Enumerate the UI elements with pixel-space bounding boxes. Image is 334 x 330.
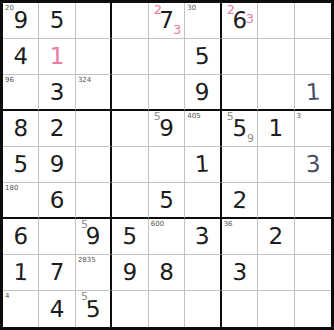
pen-digit: 2 <box>258 219 293 254</box>
cell-r4c7[interactable]: 559 <box>222 111 258 147</box>
cage-clue: 96 <box>5 76 14 84</box>
pen-digit: 3 <box>294 146 332 183</box>
cell-r4c2[interactable]: 2 <box>39 111 75 147</box>
sudoku-board: 2095723306234159633249182954055591359131… <box>0 0 334 330</box>
cell-r7c8[interactable]: 2 <box>258 219 294 255</box>
cell-r8c9[interactable] <box>295 255 331 291</box>
cell-r6c2[interactable]: 6 <box>39 183 75 219</box>
cell-r8c6[interactable] <box>185 255 221 291</box>
cell-r7c5[interactable]: 600 <box>149 219 185 255</box>
cell-r6c5[interactable]: 5 <box>149 183 185 219</box>
cell-r9c5[interactable] <box>149 291 185 327</box>
cell-r1c5[interactable]: 723 <box>149 3 185 39</box>
pen-digit: 1 <box>2 254 39 290</box>
cell-r9c3[interactable]: 55 <box>76 291 112 327</box>
cell-r5c9[interactable]: 3 <box>295 147 331 183</box>
pen-digit: 3 <box>221 254 258 290</box>
cell-r1c6[interactable]: 30 <box>185 3 221 39</box>
cell-r1c1[interactable]: 209 <box>3 3 39 39</box>
pen-digit: 5 <box>112 218 149 254</box>
cell-r8c2[interactable]: 7 <box>39 255 75 291</box>
cell-r5c2[interactable]: 9 <box>39 147 75 183</box>
pencil-mark: 9 <box>247 133 254 144</box>
cage-clue: 180 <box>5 184 18 192</box>
cage-clue: 36 <box>224 220 233 228</box>
cell-r9c8[interactable] <box>258 291 294 327</box>
cell-r3c4[interactable] <box>112 75 148 111</box>
pen-digit: 2 <box>221 182 258 217</box>
pencil-mark: 5 <box>81 219 88 230</box>
cell-r4c8[interactable]: 1 <box>258 111 294 147</box>
cell-r8c4[interactable]: 9 <box>112 255 148 291</box>
cell-r3c2[interactable]: 3 <box>39 75 75 111</box>
cell-r5c4[interactable] <box>112 147 148 183</box>
cell-r3c1[interactable]: 96 <box>3 75 39 111</box>
cell-r4c4[interactable] <box>112 111 148 147</box>
cell-r2c1[interactable]: 4 <box>3 39 39 75</box>
cell-r6c6[interactable] <box>185 183 221 219</box>
cell-r3c5[interactable] <box>149 75 185 111</box>
cage-clue: 3 <box>297 112 301 120</box>
cell-r7c3[interactable]: 95 <box>76 219 112 255</box>
cell-r1c2[interactable]: 5 <box>39 3 75 39</box>
cell-r9c2[interactable]: 4 <box>39 291 75 327</box>
pencil-mark: 5 <box>154 111 161 122</box>
pen-digit: 8 <box>2 110 39 146</box>
cell-r6c8[interactable] <box>258 183 294 219</box>
cage-clue: 405 <box>187 112 200 120</box>
cell-r8c7[interactable]: 3 <box>222 255 258 291</box>
cell-r9c4[interactable] <box>112 291 148 327</box>
cell-r7c1[interactable]: 6 <box>3 219 39 255</box>
cell-r1c3[interactable] <box>76 3 112 39</box>
cell-r2c3[interactable] <box>76 39 112 75</box>
cell-r1c9[interactable] <box>295 3 331 39</box>
cell-r5c6[interactable]: 1 <box>185 147 221 183</box>
cell-r2c9[interactable] <box>295 39 331 75</box>
cell-r1c7[interactable]: 623 <box>222 3 258 39</box>
pen-digit: 9 <box>2 2 39 38</box>
cell-r6c3[interactable] <box>76 183 112 219</box>
cell-r8c8[interactable] <box>258 255 294 291</box>
cage-clue: 324 <box>78 76 91 84</box>
cell-r4c1[interactable]: 8 <box>3 111 39 147</box>
cell-r5c3[interactable] <box>76 147 112 183</box>
pencil-mark: 2 <box>227 3 235 16</box>
cell-r3c8[interactable] <box>258 75 294 111</box>
pen-digit: 5 <box>2 146 39 182</box>
cell-r3c3[interactable]: 324 <box>76 75 112 111</box>
cell-r9c6[interactable] <box>185 291 221 327</box>
cage-clue: 30 <box>187 4 196 12</box>
cell-r7c6[interactable]: 3 <box>185 219 221 255</box>
cell-r5c1[interactable]: 5 <box>3 147 39 183</box>
cell-r9c9[interactable] <box>295 291 331 327</box>
cell-r2c8[interactable] <box>258 39 294 75</box>
cell-r3c9[interactable]: 1 <box>295 75 331 111</box>
cell-r6c9[interactable] <box>295 183 331 219</box>
cage-clue: 2835 <box>78 256 96 264</box>
pen-digit: 1 <box>258 111 293 146</box>
cell-r6c4[interactable] <box>112 183 148 219</box>
cell-r6c1[interactable]: 180 <box>3 183 39 219</box>
cell-r4c9[interactable]: 3 <box>295 111 331 147</box>
pencil-mark: 2 <box>154 3 162 16</box>
pencil-mark: 5 <box>81 291 88 302</box>
cell-r1c8[interactable] <box>258 3 294 39</box>
cell-r3c6[interactable]: 9 <box>185 75 221 111</box>
pen-digit: 1 <box>184 146 220 183</box>
pen-digit: 3 <box>39 75 74 109</box>
cell-r2c2[interactable]: 1 <box>39 39 75 75</box>
pencil-mark: 3 <box>246 12 254 25</box>
cell-r5c7[interactable] <box>222 147 258 183</box>
pen-digit: 1 <box>294 74 332 110</box>
pen-digit: 1 <box>39 39 74 74</box>
cell-r2c4[interactable] <box>112 39 148 75</box>
pen-digit: 7 <box>39 255 74 290</box>
pen-digit: 9 <box>112 254 149 290</box>
cell-r2c7[interactable] <box>222 39 258 75</box>
pen-digit: 6 <box>2 218 39 254</box>
cell-r2c6[interactable]: 5 <box>185 39 221 75</box>
pen-digit: 9 <box>39 147 74 182</box>
cell-r4c5[interactable]: 95 <box>149 111 185 147</box>
cell-r7c4[interactable]: 5 <box>112 219 148 255</box>
pen-digit: 3 <box>184 218 220 255</box>
cage-clue: 600 <box>151 220 164 228</box>
cell-r4c3[interactable] <box>76 111 112 147</box>
cell-r7c7[interactable]: 36 <box>222 219 258 255</box>
pen-digit: 2 <box>39 111 74 146</box>
pencil-mark: 5 <box>227 111 234 122</box>
cell-r8c3[interactable]: 2835 <box>76 255 112 291</box>
pen-digit: 4 <box>2 38 39 74</box>
cell-r6c7[interactable]: 2 <box>222 183 258 219</box>
cage-clue: 4 <box>5 292 9 300</box>
pen-digit: 9 <box>184 74 220 110</box>
pen-digit: 5 <box>184 38 220 75</box>
pen-digit: 4 <box>39 291 74 327</box>
cell-r9c7[interactable] <box>222 291 258 327</box>
cell-r7c2[interactable] <box>39 219 75 255</box>
cell-r3c7[interactable] <box>222 75 258 111</box>
pen-digit: 6 <box>39 183 74 217</box>
cell-r9c1[interactable]: 4 <box>3 291 39 327</box>
cell-r4c6[interactable]: 405 <box>185 111 221 147</box>
cell-r8c5[interactable]: 8 <box>149 255 185 291</box>
pencil-mark: 3 <box>173 23 181 36</box>
pen-digit: 5 <box>149 183 184 217</box>
cell-r7c9[interactable] <box>295 219 331 255</box>
pen-digit: 8 <box>149 255 184 290</box>
cell-r2c5[interactable] <box>149 39 185 75</box>
cell-r1c4[interactable] <box>112 3 148 39</box>
pen-digit: 5 <box>39 3 74 38</box>
cell-r5c8[interactable] <box>258 147 294 183</box>
cell-r8c1[interactable]: 1 <box>3 255 39 291</box>
cell-r5c5[interactable] <box>149 147 185 183</box>
